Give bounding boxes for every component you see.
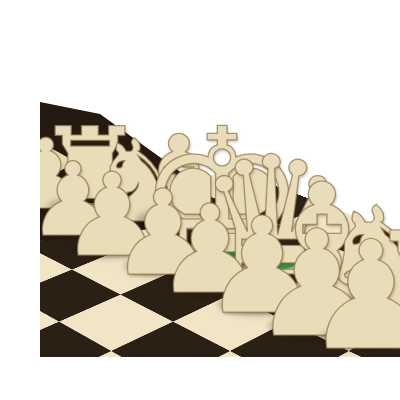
- chess-set-photo: 8/8/8/8/8/8/PPPPPPPP/RNBQKBNR ♜♞♝♚♛♝♞♜♟♟…: [40, 16, 400, 400]
- piece-white-pawn: ♟: [304, 221, 400, 371]
